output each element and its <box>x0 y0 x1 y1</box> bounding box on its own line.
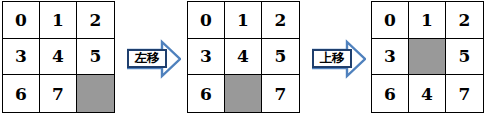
tile: 2 <box>77 2 114 39</box>
tile: 0 <box>188 2 225 39</box>
tile: 7 <box>40 75 77 112</box>
move-label: 左移 <box>127 49 167 68</box>
move-arrow-left: 左移 <box>127 38 181 80</box>
tile: 7 <box>262 75 299 112</box>
blank-tile <box>77 75 114 112</box>
tile: 6 <box>188 75 225 112</box>
tile: 5 <box>446 39 483 76</box>
tile: 3 <box>188 39 225 76</box>
tile: 2 <box>446 2 483 39</box>
tile: 7 <box>446 75 483 112</box>
tile: 1 <box>409 2 446 39</box>
puzzle-board-initial: 0 1 2 3 4 5 6 7 <box>2 1 115 113</box>
puzzle-board-after-left: 0 1 2 3 4 5 6 7 <box>187 1 300 113</box>
move-arrow-up: 上移 <box>312 38 366 80</box>
tile: 0 <box>3 2 40 39</box>
tile: 6 <box>3 75 40 112</box>
blank-tile <box>225 75 262 112</box>
tile: 4 <box>40 39 77 76</box>
blank-tile <box>409 39 446 76</box>
tile: 2 <box>262 2 299 39</box>
tile: 3 <box>3 39 40 76</box>
tile: 1 <box>225 2 262 39</box>
tile: 0 <box>372 2 409 39</box>
puzzle-board-after-up: 0 1 2 3 5 6 4 7 <box>371 1 484 113</box>
puzzle-diagram: 0 1 2 3 4 5 6 7 左移 0 1 2 3 4 5 6 7 上移 0 <box>0 0 484 114</box>
tile: 6 <box>372 75 409 112</box>
tile: 5 <box>262 39 299 76</box>
tile: 4 <box>409 75 446 112</box>
tile: 4 <box>225 39 262 76</box>
move-label: 上移 <box>312 49 352 68</box>
tile: 1 <box>40 2 77 39</box>
tile: 3 <box>372 39 409 76</box>
tile: 5 <box>77 39 114 76</box>
